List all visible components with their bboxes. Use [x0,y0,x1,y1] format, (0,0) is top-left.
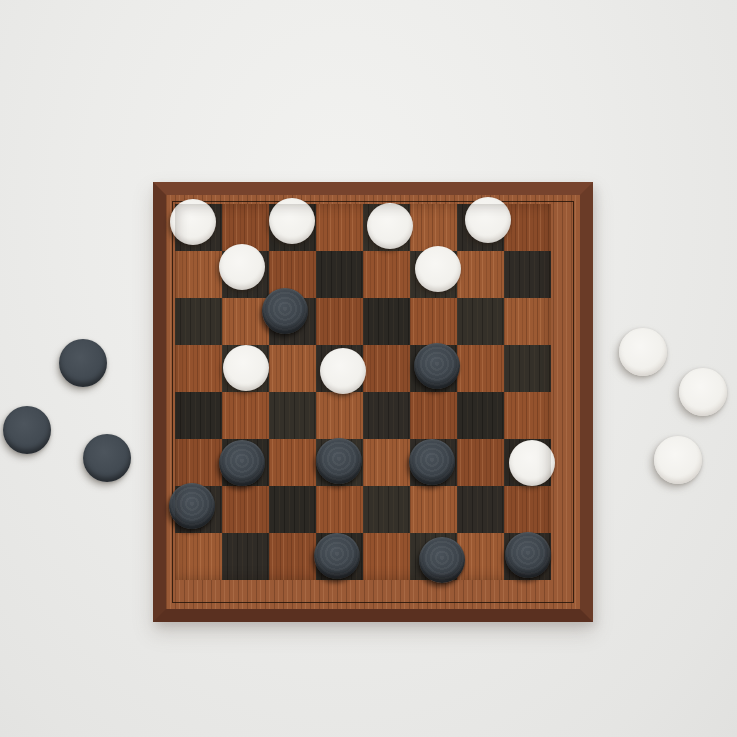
checker-white-r4c2[interactable] [223,345,269,391]
square-r8c1-light[interactable] [175,533,222,580]
square-r5c8-light[interactable] [504,392,551,439]
board-pinstripe-border [172,201,574,603]
square-r4c8-dark[interactable] [504,345,551,392]
square-r3c7-dark[interactable] [457,298,504,345]
square-r5c7-dark[interactable] [457,392,504,439]
square-r5c3-dark[interactable] [269,392,316,439]
square-r4c1-light[interactable] [175,345,222,392]
offboard-checker-white-right-5[interactable] [679,368,727,416]
square-r5c6-light[interactable] [410,392,457,439]
square-r2c7-light[interactable] [457,251,504,298]
photo-backdrop [0,0,737,737]
checker-white-r1c3[interactable] [269,198,315,244]
checker-black-r4c6[interactable] [414,343,460,389]
square-r2c4-dark[interactable] [316,251,363,298]
checker-white-r6c8[interactable] [509,440,555,486]
square-r7c3-dark[interactable] [269,486,316,533]
square-r3c1-dark[interactable] [175,298,222,345]
checker-black-r6c2[interactable] [219,440,265,486]
square-r2c1-light[interactable] [175,251,222,298]
square-r5c4-light[interactable] [316,392,363,439]
square-r2c8-dark[interactable] [504,251,551,298]
checker-white-r4c4[interactable] [320,348,366,394]
square-r1c8-light[interactable] [504,204,551,251]
square-r1c4-light[interactable] [316,204,363,251]
checker-black-r6c4[interactable] [316,438,362,484]
square-r6c3-light[interactable] [269,439,316,486]
square-r7c5-dark[interactable] [363,486,410,533]
offboard-checker-black-left-2[interactable] [3,406,51,454]
square-r3c8-light[interactable] [504,298,551,345]
checker-black-r8c4[interactable] [314,533,360,579]
square-r4c5-light[interactable] [363,345,410,392]
offboard-checker-black-left-1[interactable] [59,339,107,387]
square-r4c3-light[interactable] [269,345,316,392]
offboard-checker-white-right-4[interactable] [619,328,667,376]
square-r6c7-light[interactable] [457,439,504,486]
checker-black-r7c1[interactable] [169,483,215,529]
square-r8c5-light[interactable] [363,533,410,580]
checker-white-r1c1[interactable] [170,199,216,245]
square-r5c2-light[interactable] [222,392,269,439]
play-area [175,204,551,580]
checker-white-r2c2[interactable] [219,244,265,290]
offboard-checker-white-right-6[interactable] [654,436,702,484]
board-frame [153,182,593,622]
square-r3c5-dark[interactable] [363,298,410,345]
checker-white-r1c7[interactable] [465,197,511,243]
square-r7c7-dark[interactable] [457,486,504,533]
checker-black-r6c6[interactable] [409,439,455,485]
square-r3c6-light[interactable] [410,298,457,345]
offboard-checker-black-left-3[interactable] [83,434,131,482]
square-r5c1-dark[interactable] [175,392,222,439]
checker-white-r1c5[interactable] [367,203,413,249]
checker-black-r8c8[interactable] [505,532,551,578]
square-r4c7-light[interactable] [457,345,504,392]
checker-black-r8c6[interactable] [419,537,465,583]
checker-black-r3c3[interactable] [262,288,308,334]
square-r3c4-light[interactable] [316,298,363,345]
checkers-board [153,182,593,622]
square-r5c5-dark[interactable] [363,392,410,439]
square-r1c6-light[interactable] [410,204,457,251]
square-r6c5-light[interactable] [363,439,410,486]
square-r2c5-light[interactable] [363,251,410,298]
square-r7c6-light[interactable] [410,486,457,533]
square-r8c3-light[interactable] [269,533,316,580]
square-r8c2-dark[interactable] [222,533,269,580]
square-r7c2-light[interactable] [222,486,269,533]
square-r6c1-light[interactable] [175,439,222,486]
square-r7c8-light[interactable] [504,486,551,533]
square-r7c4-light[interactable] [316,486,363,533]
board-inner-margin [166,195,580,609]
checker-white-r2c6[interactable] [415,246,461,292]
